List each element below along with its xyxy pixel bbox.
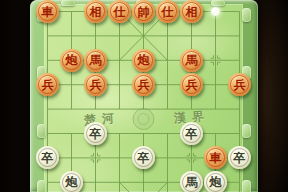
piece-character: 仕 — [162, 6, 174, 18]
piece-red-chariot[interactable]: 車 — [36, 0, 59, 23]
piece-character: 相 — [90, 6, 102, 18]
xiangqi-app: 楚河 漢界 車相仕帥仕相炮馬炮馬兵兵兵兵兵卒卒卒卒車卒炮馬炮 — [0, 0, 288, 192]
piece-character: 炮 — [66, 176, 78, 188]
frame-ornament — [242, 180, 251, 192]
piece-character: 車 — [210, 152, 222, 164]
piece-red-horse[interactable]: 馬 — [180, 49, 203, 72]
piece-character: 相 — [186, 6, 198, 18]
piece-character: 兵 — [138, 79, 150, 91]
frame-ornament — [37, 180, 46, 192]
piece-red-advisor[interactable]: 仕 — [156, 0, 179, 23]
piece-black-horse[interactable]: 馬 — [180, 171, 203, 192]
piece-character: 車 — [42, 6, 54, 18]
piece-character: 炮 — [138, 54, 150, 66]
piece-character: 馬 — [186, 176, 198, 188]
frame-ornament — [37, 124, 46, 138]
piece-character: 卒 — [234, 152, 246, 164]
frame-ornament — [211, 0, 225, 6]
piece-red-elephant[interactable]: 相 — [84, 0, 107, 23]
piece-character: 兵 — [42, 79, 54, 91]
piece-black-soldier[interactable]: 卒 — [180, 122, 203, 145]
piece-red-elephant[interactable]: 相 — [180, 0, 203, 23]
piece-character: 炮 — [66, 54, 78, 66]
piece-character: 馬 — [90, 54, 102, 66]
piece-red-general[interactable]: 帥 — [132, 0, 155, 23]
piece-red-advisor[interactable]: 仕 — [108, 0, 131, 23]
piece-character: 卒 — [138, 152, 150, 164]
piece-character: 兵 — [234, 79, 246, 91]
piece-red-horse[interactable]: 馬 — [84, 49, 107, 72]
piece-red-cannon[interactable]: 炮 — [132, 49, 155, 72]
frame-ornament — [61, 0, 75, 6]
frame-ornament — [242, 124, 251, 138]
piece-red-cannon[interactable]: 炮 — [60, 49, 83, 72]
piece-character: 馬 — [186, 54, 198, 66]
piece-character: 兵 — [186, 79, 198, 91]
piece-character: 卒 — [186, 128, 198, 140]
piece-character: 兵 — [90, 79, 102, 91]
piece-character: 卒 — [90, 128, 102, 140]
piece-character: 帥 — [138, 6, 150, 18]
last-move-marker — [211, 7, 220, 16]
piece-black-cannon[interactable]: 炮 — [60, 171, 83, 192]
piece-character: 仕 — [114, 6, 126, 18]
piece-character: 卒 — [42, 152, 54, 164]
piece-black-cannon[interactable]: 炮 — [204, 171, 227, 192]
frame-ornament — [242, 8, 251, 22]
piece-character: 炮 — [210, 176, 222, 188]
piece-black-soldier[interactable]: 卒 — [84, 122, 107, 145]
